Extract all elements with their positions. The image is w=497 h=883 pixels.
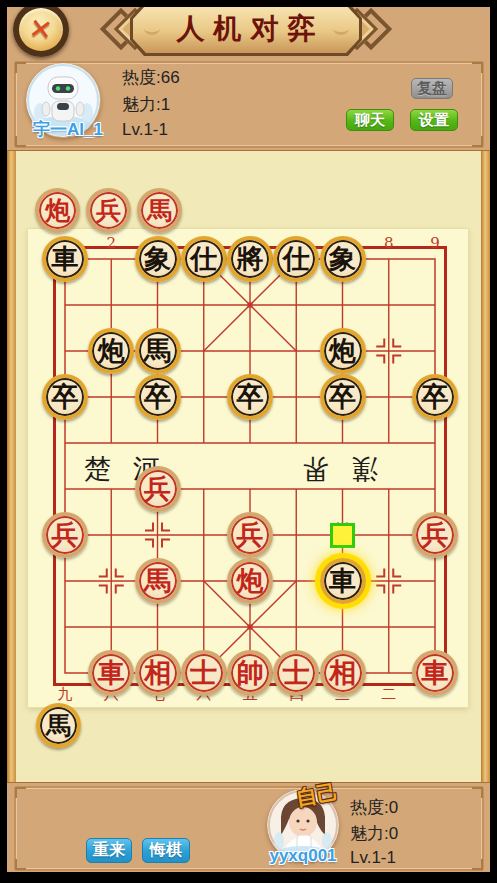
piece-仕-black[interactable]: 仕 [273, 236, 319, 282]
opponent-heat-stat: 热度:66 [122, 66, 180, 89]
letterbox-right [490, 0, 497, 883]
piece-炮-black[interactable]: 炮 [88, 328, 134, 374]
opponent-level-stat: Lv.1-1 [122, 120, 168, 140]
piece-車-black[interactable]: 車 [320, 558, 366, 604]
file-label-top-2: 2 [102, 234, 120, 252]
file-label-bottom: 九 [56, 685, 74, 704]
app-root: ✕ 人机对弈 [0, 0, 497, 883]
player-level-stat: Lv.1-1 [350, 848, 396, 868]
piece-卒-black[interactable]: 卒 [412, 374, 458, 420]
panel-corner-icon [15, 62, 26, 73]
piece-車-black[interactable]: 車 [42, 236, 88, 282]
letterbox-bottom [0, 872, 497, 883]
player-name: yyxq001 [258, 846, 348, 866]
piece-象-black[interactable]: 象 [320, 236, 366, 282]
undo-button[interactable]: 悔棋 [142, 838, 190, 863]
opponent-charm-stat: 魅力:1 [122, 93, 170, 116]
piece-卒-black[interactable]: 卒 [320, 374, 366, 420]
banner-plaque: 人机对弈 [130, 2, 362, 56]
river-label-right: 漢界 [280, 451, 378, 487]
last-move-from-marker [330, 523, 355, 548]
player-panel [14, 786, 484, 871]
letterbox-left [0, 0, 7, 883]
left-gold-border [7, 151, 16, 782]
player-charm-stat: 魅力:0 [350, 822, 398, 845]
piece-卒-black[interactable]: 卒 [135, 374, 181, 420]
piece-車-red[interactable]: 車 [412, 650, 458, 696]
chat-button[interactable]: 聊天 [346, 109, 394, 131]
piece-卒-black[interactable]: 卒 [227, 374, 273, 420]
banner-left-swirl-icon [144, 23, 160, 35]
right-gold-border [481, 151, 490, 782]
player-heat-stat: 热度:0 [350, 796, 398, 819]
panel-corner-icon [15, 859, 26, 870]
panel-corner-icon [472, 62, 483, 73]
file-label-top-9: 9 [426, 234, 444, 252]
captured-piece-馬-black: 馬 [36, 703, 81, 748]
piece-兵-red[interactable]: 兵 [135, 466, 181, 512]
piece-兵-red[interactable]: 兵 [412, 512, 458, 558]
panel-corner-icon [15, 787, 26, 798]
piece-兵-red[interactable]: 兵 [42, 512, 88, 558]
piece-相-red[interactable]: 相 [135, 650, 181, 696]
settings-button[interactable]: 设置 [410, 109, 458, 131]
panel-corner-icon [472, 787, 483, 798]
banner-right-swirl-icon [333, 23, 349, 35]
piece-相-red[interactable]: 相 [320, 650, 366, 696]
piece-車-red[interactable]: 車 [88, 650, 134, 696]
piece-象-black[interactable]: 象 [135, 236, 181, 282]
panel-corner-icon [472, 136, 483, 147]
replay-button[interactable]: 复盘 [411, 78, 453, 99]
piece-帥-red[interactable]: 帥 [227, 650, 273, 696]
close-icon: ✕ [27, 12, 55, 48]
panel-corner-icon [472, 859, 483, 870]
file-label-bottom: 二 [380, 685, 398, 704]
captured-piece-炮-red: 炮 [35, 188, 80, 233]
letterbox-top [0, 0, 497, 7]
restart-button[interactable]: 重来 [86, 838, 132, 863]
piece-兵-red[interactable]: 兵 [227, 512, 273, 558]
piece-仕-black[interactable]: 仕 [181, 236, 227, 282]
board-section: 炮兵馬 馬 123456789 九八七六五四三二一 楚河 漢界 車象仕將仕象炮馬… [7, 150, 490, 783]
piece-士-red[interactable]: 士 [181, 650, 227, 696]
piece-炮-red[interactable]: 炮 [227, 558, 273, 604]
captured-piece-馬-red: 馬 [137, 188, 182, 233]
title-banner: 人机对弈 [104, 2, 388, 56]
xiangqi-board[interactable]: 123456789 九八七六五四三二一 楚河 漢界 車象仕將仕象炮馬炮卒卒卒卒卒… [28, 229, 468, 707]
opponent-name: 宇一AI_1 [12, 118, 124, 141]
piece-士-red[interactable]: 士 [273, 650, 319, 696]
piece-將-black[interactable]: 將 [227, 236, 273, 282]
captured-piece-兵-red: 兵 [86, 188, 131, 233]
piece-馬-black[interactable]: 馬 [135, 328, 181, 374]
piece-馬-red[interactable]: 馬 [135, 558, 181, 604]
piece-炮-black[interactable]: 炮 [320, 328, 366, 374]
piece-卒-black[interactable]: 卒 [42, 374, 88, 420]
close-button[interactable]: ✕ [13, 2, 69, 57]
page-title: 人机对弈 [168, 10, 325, 48]
file-label-top-8: 8 [380, 234, 398, 252]
